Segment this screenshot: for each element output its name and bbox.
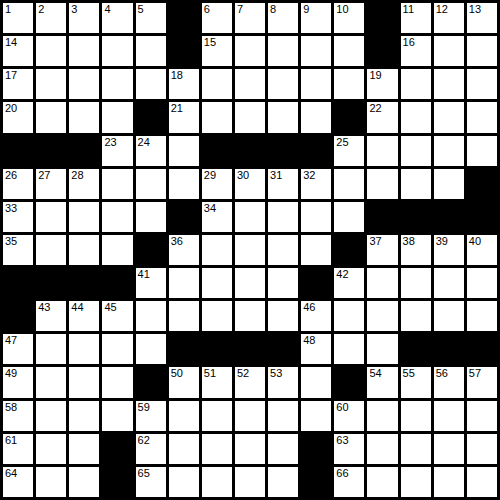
cell-7-14[interactable]: 40 <box>467 235 497 265</box>
black-cell-4-7 <box>235 136 265 166</box>
cell-13-8[interactable] <box>268 434 298 464</box>
cell-14-12[interactable] <box>401 467 431 497</box>
cell-2-3[interactable] <box>102 69 132 99</box>
cell-7-12[interactable]: 38 <box>401 235 431 265</box>
clue-number: 52 <box>237 367 249 379</box>
cell-1-9[interactable] <box>301 36 331 66</box>
clue-number: 32 <box>303 169 315 181</box>
clue-number: 14 <box>5 36 17 48</box>
black-cell-8-3 <box>102 268 132 298</box>
clue-number: 31 <box>270 169 282 181</box>
cell-6-4[interactable] <box>136 202 166 232</box>
black-cell-8-1 <box>36 268 66 298</box>
cell-12-0[interactable]: 58 <box>3 401 33 431</box>
cell-3-0[interactable]: 20 <box>3 102 33 132</box>
cell-1-12[interactable]: 16 <box>401 36 431 66</box>
black-cell-6-14 <box>467 202 497 232</box>
cell-1-4[interactable] <box>136 36 166 66</box>
clue-number: 35 <box>5 235 17 247</box>
cell-1-6[interactable]: 15 <box>202 36 232 66</box>
cell-13-14[interactable] <box>467 434 497 464</box>
clue-number: 50 <box>171 367 183 379</box>
cell-6-0[interactable]: 33 <box>3 202 33 232</box>
cell-11-6[interactable]: 51 <box>202 367 232 397</box>
cell-8-12[interactable] <box>401 268 431 298</box>
cell-6-10[interactable] <box>334 202 364 232</box>
cell-7-6[interactable] <box>202 235 232 265</box>
cell-1-7[interactable] <box>235 36 265 66</box>
cell-13-2[interactable] <box>69 434 99 464</box>
cell-7-2[interactable] <box>69 235 99 265</box>
cell-14-2[interactable] <box>69 467 99 497</box>
cell-6-6[interactable]: 34 <box>202 202 232 232</box>
cell-10-10[interactable] <box>334 334 364 364</box>
clue-number: 5 <box>138 3 144 15</box>
cell-9-12[interactable] <box>401 301 431 331</box>
black-cell-8-0 <box>3 268 33 298</box>
clue-number: 13 <box>469 3 481 15</box>
cell-8-7[interactable] <box>235 268 265 298</box>
cell-11-3[interactable] <box>102 367 132 397</box>
cell-11-1[interactable] <box>36 367 66 397</box>
cell-1-14[interactable] <box>467 36 497 66</box>
cell-6-9[interactable] <box>301 202 331 232</box>
cell-10-3[interactable] <box>102 334 132 364</box>
black-cell-4-2 <box>69 136 99 166</box>
black-cell-0-5 <box>169 3 199 33</box>
black-cell-1-11 <box>367 36 397 66</box>
clue-number: 22 <box>369 102 381 114</box>
cell-10-1[interactable] <box>36 334 66 364</box>
black-cell-8-2 <box>69 268 99 298</box>
cell-5-7[interactable]: 30 <box>235 169 265 199</box>
clue-number: 60 <box>336 401 348 413</box>
cell-2-6[interactable] <box>202 69 232 99</box>
cell-13-5[interactable] <box>169 434 199 464</box>
black-cell-6-12 <box>401 202 431 232</box>
cell-14-4[interactable]: 65 <box>136 467 166 497</box>
cell-3-1[interactable] <box>36 102 66 132</box>
cell-14-7[interactable] <box>235 467 265 497</box>
cell-10-11[interactable] <box>367 334 397 364</box>
cell-13-1[interactable] <box>36 434 66 464</box>
cell-7-3[interactable] <box>102 235 132 265</box>
cell-11-12[interactable]: 55 <box>401 367 431 397</box>
clue-number: 49 <box>5 367 17 379</box>
cell-9-13[interactable] <box>434 301 464 331</box>
cell-2-12[interactable] <box>401 69 431 99</box>
clue-number: 51 <box>204 367 216 379</box>
clue-number: 53 <box>270 367 282 379</box>
clue-number: 18 <box>171 69 183 81</box>
cell-10-4[interactable] <box>136 334 166 364</box>
black-cell-13-9 <box>301 434 331 464</box>
clue-number: 11 <box>403 3 414 15</box>
cell-1-0[interactable]: 14 <box>3 36 33 66</box>
cell-2-5[interactable]: 18 <box>169 69 199 99</box>
cell-2-10[interactable] <box>334 69 364 99</box>
cell-1-8[interactable] <box>268 36 298 66</box>
cell-4-13[interactable] <box>434 136 464 166</box>
cell-5-1[interactable]: 27 <box>36 169 66 199</box>
black-cell-4-9 <box>301 136 331 166</box>
cell-11-0[interactable]: 49 <box>3 367 33 397</box>
black-cell-11-4 <box>136 367 166 397</box>
cell-9-1[interactable]: 43 <box>36 301 66 331</box>
cell-3-9[interactable] <box>301 102 331 132</box>
cell-13-6[interactable] <box>202 434 232 464</box>
cell-2-13[interactable] <box>434 69 464 99</box>
cell-13-0[interactable]: 61 <box>3 434 33 464</box>
cell-0-9[interactable]: 9 <box>301 3 331 33</box>
clue-number: 63 <box>336 434 348 446</box>
cell-11-14[interactable]: 57 <box>467 367 497 397</box>
black-cell-5-14 <box>467 169 497 199</box>
cell-12-14[interactable] <box>467 401 497 431</box>
cell-3-8[interactable] <box>268 102 298 132</box>
clue-number: 54 <box>369 367 381 379</box>
cell-5-10[interactable] <box>334 169 364 199</box>
cell-3-7[interactable] <box>235 102 265 132</box>
cell-4-5[interactable] <box>169 136 199 166</box>
cell-2-11[interactable]: 19 <box>367 69 397 99</box>
black-cell-6-11 <box>367 202 397 232</box>
clue-number: 41 <box>138 268 150 280</box>
cell-14-10[interactable]: 66 <box>334 467 364 497</box>
clue-number: 16 <box>403 36 415 48</box>
cell-12-10[interactable]: 60 <box>334 401 364 431</box>
clue-number: 61 <box>5 434 17 446</box>
cell-13-11[interactable] <box>367 434 397 464</box>
cell-3-2[interactable] <box>69 102 99 132</box>
cell-9-8[interactable] <box>268 301 298 331</box>
cell-14-5[interactable] <box>169 467 199 497</box>
cell-2-4[interactable] <box>136 69 166 99</box>
clue-number: 40 <box>469 235 481 247</box>
clue-number: 36 <box>171 235 183 247</box>
cell-3-13[interactable] <box>434 102 464 132</box>
cell-9-4[interactable] <box>136 301 166 331</box>
clue-number: 19 <box>369 69 381 81</box>
cell-1-1[interactable] <box>36 36 66 66</box>
cell-5-4[interactable] <box>136 169 166 199</box>
cell-10-9[interactable]: 48 <box>301 334 331 364</box>
black-cell-4-1 <box>36 136 66 166</box>
clue-number: 3 <box>71 3 77 15</box>
clue-number: 30 <box>237 169 249 181</box>
clue-number: 28 <box>71 169 83 181</box>
clue-number: 10 <box>336 3 348 15</box>
clue-number: 45 <box>104 301 116 313</box>
cell-0-7[interactable]: 7 <box>235 3 265 33</box>
cell-12-9[interactable] <box>301 401 331 431</box>
cell-12-6[interactable] <box>202 401 232 431</box>
cell-5-5[interactable] <box>169 169 199 199</box>
cell-5-12[interactable] <box>401 169 431 199</box>
cell-11-2[interactable] <box>69 367 99 397</box>
cell-7-11[interactable]: 37 <box>367 235 397 265</box>
cell-11-9[interactable] <box>301 367 331 397</box>
clue-number: 27 <box>38 169 50 181</box>
cell-11-5[interactable]: 50 <box>169 367 199 397</box>
cell-9-9[interactable]: 46 <box>301 301 331 331</box>
clue-number: 7 <box>237 3 243 15</box>
clue-number: 9 <box>303 3 309 15</box>
clue-number: 48 <box>303 334 315 346</box>
clue-number: 4 <box>104 3 110 15</box>
cell-4-3[interactable]: 23 <box>102 136 132 166</box>
cell-7-8[interactable] <box>268 235 298 265</box>
cell-0-4[interactable]: 5 <box>136 3 166 33</box>
black-cell-4-0 <box>3 136 33 166</box>
cell-1-10[interactable] <box>334 36 364 66</box>
clue-number: 56 <box>436 367 448 379</box>
cell-9-10[interactable] <box>334 301 364 331</box>
clue-number: 59 <box>138 401 150 413</box>
cell-14-8[interactable] <box>268 467 298 497</box>
black-cell-14-9 <box>301 467 331 497</box>
cell-12-2[interactable] <box>69 401 99 431</box>
cell-5-9[interactable]: 32 <box>301 169 331 199</box>
cell-0-3[interactable]: 4 <box>102 3 132 33</box>
clue-number: 17 <box>5 69 17 81</box>
cell-4-4[interactable]: 24 <box>136 136 166 166</box>
clue-number: 42 <box>336 268 348 280</box>
cell-8-5[interactable] <box>169 268 199 298</box>
cell-5-6[interactable]: 29 <box>202 169 232 199</box>
cell-12-13[interactable] <box>434 401 464 431</box>
cell-9-7[interactable] <box>235 301 265 331</box>
cell-0-8[interactable]: 8 <box>268 3 298 33</box>
cell-7-13[interactable]: 39 <box>434 235 464 265</box>
cell-2-2[interactable] <box>69 69 99 99</box>
cell-4-11[interactable] <box>367 136 397 166</box>
black-cell-3-10 <box>334 102 364 132</box>
cell-11-8[interactable]: 53 <box>268 367 298 397</box>
cell-9-3[interactable]: 45 <box>102 301 132 331</box>
cell-12-1[interactable] <box>36 401 66 431</box>
clue-number: 47 <box>5 334 17 346</box>
cell-2-1[interactable] <box>36 69 66 99</box>
clue-number: 12 <box>436 3 448 15</box>
cell-7-9[interactable] <box>301 235 331 265</box>
clue-number: 55 <box>403 367 415 379</box>
black-cell-4-8 <box>268 136 298 166</box>
black-cell-3-4 <box>136 102 166 132</box>
cell-0-13[interactable]: 12 <box>434 3 464 33</box>
cell-5-3[interactable] <box>102 169 132 199</box>
cell-7-1[interactable] <box>36 235 66 265</box>
cell-8-14[interactable] <box>467 268 497 298</box>
cell-0-2[interactable]: 3 <box>69 3 99 33</box>
cell-8-13[interactable] <box>434 268 464 298</box>
black-cell-10-5 <box>169 334 199 364</box>
cell-11-11[interactable]: 54 <box>367 367 397 397</box>
black-cell-10-12 <box>401 334 431 364</box>
crossword-grid: 1234567891011121314151617181920212223242… <box>0 0 500 500</box>
cell-8-11[interactable] <box>367 268 397 298</box>
cell-13-10[interactable]: 63 <box>334 434 364 464</box>
clue-number: 64 <box>5 467 17 479</box>
cell-5-8[interactable]: 31 <box>268 169 298 199</box>
cell-2-8[interactable] <box>268 69 298 99</box>
cell-0-6[interactable]: 6 <box>202 3 232 33</box>
cell-12-12[interactable] <box>401 401 431 431</box>
black-cell-10-8 <box>268 334 298 364</box>
cell-12-3[interactable] <box>102 401 132 431</box>
clue-number: 62 <box>138 434 150 446</box>
clue-number: 65 <box>138 467 150 479</box>
black-cell-13-3 <box>102 434 132 464</box>
cell-6-1[interactable] <box>36 202 66 232</box>
black-cell-10-13 <box>434 334 464 364</box>
cell-6-7[interactable] <box>235 202 265 232</box>
black-cell-8-9 <box>301 268 331 298</box>
cell-4-14[interactable] <box>467 136 497 166</box>
cell-12-4[interactable]: 59 <box>136 401 166 431</box>
black-cell-10-14 <box>467 334 497 364</box>
cell-13-4[interactable]: 62 <box>136 434 166 464</box>
cell-5-13[interactable] <box>434 169 464 199</box>
cell-0-0[interactable]: 1 <box>3 3 33 33</box>
clue-number: 21 <box>171 102 183 114</box>
clue-number: 26 <box>5 169 17 181</box>
cell-9-2[interactable]: 44 <box>69 301 99 331</box>
cell-14-11[interactable] <box>367 467 397 497</box>
cell-3-11[interactable]: 22 <box>367 102 397 132</box>
black-cell-0-11 <box>367 3 397 33</box>
black-cell-7-10 <box>334 235 364 265</box>
cell-9-11[interactable] <box>367 301 397 331</box>
cell-10-0[interactable]: 47 <box>3 334 33 364</box>
cell-3-5[interactable]: 21 <box>169 102 199 132</box>
cell-3-3[interactable] <box>102 102 132 132</box>
clue-number: 46 <box>303 301 315 313</box>
clue-number: 8 <box>270 3 276 15</box>
cell-7-5[interactable]: 36 <box>169 235 199 265</box>
clue-number: 29 <box>204 169 216 181</box>
black-cell-10-6 <box>202 334 232 364</box>
black-cell-14-3 <box>102 467 132 497</box>
clue-number: 15 <box>204 36 216 48</box>
cell-8-8[interactable] <box>268 268 298 298</box>
cell-12-5[interactable] <box>169 401 199 431</box>
cell-14-0[interactable]: 64 <box>3 467 33 497</box>
clue-number: 24 <box>138 136 150 148</box>
cell-5-11[interactable] <box>367 169 397 199</box>
cell-3-6[interactable] <box>202 102 232 132</box>
cell-0-10[interactable]: 10 <box>334 3 364 33</box>
cell-6-2[interactable] <box>69 202 99 232</box>
cell-2-9[interactable] <box>301 69 331 99</box>
black-cell-6-13 <box>434 202 464 232</box>
cell-7-7[interactable] <box>235 235 265 265</box>
black-cell-7-4 <box>136 235 166 265</box>
clue-number: 6 <box>204 3 210 15</box>
cell-6-3[interactable] <box>102 202 132 232</box>
cell-7-0[interactable]: 35 <box>3 235 33 265</box>
black-cell-11-10 <box>334 367 364 397</box>
black-cell-6-5 <box>169 202 199 232</box>
cell-13-12[interactable] <box>401 434 431 464</box>
clue-number: 43 <box>38 301 50 313</box>
cell-8-6[interactable] <box>202 268 232 298</box>
cell-2-0[interactable]: 17 <box>3 69 33 99</box>
cell-0-14[interactable]: 13 <box>467 3 497 33</box>
clue-number: 44 <box>71 301 83 313</box>
clue-number: 58 <box>5 401 17 413</box>
cell-3-12[interactable] <box>401 102 431 132</box>
cell-12-7[interactable] <box>235 401 265 431</box>
clue-number: 34 <box>204 202 216 214</box>
cell-9-5[interactable] <box>169 301 199 331</box>
cell-10-2[interactable] <box>69 334 99 364</box>
cell-6-8[interactable] <box>268 202 298 232</box>
clue-number: 23 <box>104 136 116 148</box>
cell-5-2[interactable]: 28 <box>69 169 99 199</box>
black-cell-4-6 <box>202 136 232 166</box>
cell-4-10[interactable]: 25 <box>334 136 364 166</box>
cell-9-6[interactable] <box>202 301 232 331</box>
cell-12-8[interactable] <box>268 401 298 431</box>
clue-number: 57 <box>469 367 481 379</box>
cell-1-2[interactable] <box>69 36 99 66</box>
cell-1-13[interactable] <box>434 36 464 66</box>
black-cell-1-5 <box>169 36 199 66</box>
cell-14-6[interactable] <box>202 467 232 497</box>
cell-9-14[interactable] <box>467 301 497 331</box>
black-cell-9-0 <box>3 301 33 331</box>
cell-14-13[interactable] <box>434 467 464 497</box>
clue-number: 1 <box>5 3 11 15</box>
cell-0-1[interactable]: 2 <box>36 3 66 33</box>
clue-number: 38 <box>403 235 415 247</box>
cell-1-3[interactable] <box>102 36 132 66</box>
clue-number: 39 <box>436 235 448 247</box>
cell-12-11[interactable] <box>367 401 397 431</box>
clue-number: 2 <box>38 3 44 15</box>
cell-2-7[interactable] <box>235 69 265 99</box>
cell-13-7[interactable] <box>235 434 265 464</box>
cell-3-14[interactable] <box>467 102 497 132</box>
black-cell-10-7 <box>235 334 265 364</box>
cell-8-10[interactable]: 42 <box>334 268 364 298</box>
cell-2-14[interactable] <box>467 69 497 99</box>
cell-8-4[interactable]: 41 <box>136 268 166 298</box>
clue-number: 20 <box>5 102 17 114</box>
cell-14-14[interactable] <box>467 467 497 497</box>
cell-5-0[interactable]: 26 <box>3 169 33 199</box>
cell-11-13[interactable]: 56 <box>434 367 464 397</box>
cell-4-12[interactable] <box>401 136 431 166</box>
clue-number: 66 <box>336 467 348 479</box>
cell-11-7[interactable]: 52 <box>235 367 265 397</box>
cell-0-12[interactable]: 11 <box>401 3 431 33</box>
clue-number: 25 <box>336 136 348 148</box>
cell-14-1[interactable] <box>36 467 66 497</box>
cell-13-13[interactable] <box>434 434 464 464</box>
clue-number: 33 <box>5 202 17 214</box>
clue-number: 37 <box>369 235 381 247</box>
